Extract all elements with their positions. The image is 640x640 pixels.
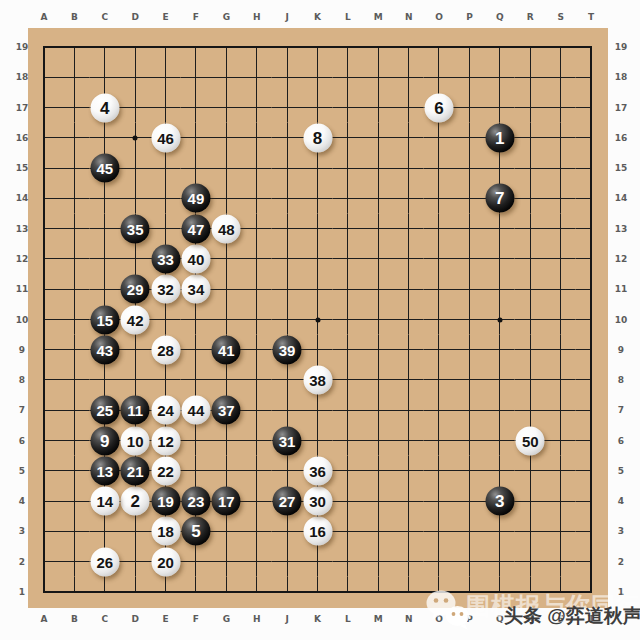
stone-number: 42 bbox=[127, 312, 144, 327]
stone-number: 47 bbox=[188, 221, 205, 236]
stone-48: 48 bbox=[212, 214, 241, 243]
stone-10: 10 bbox=[121, 426, 150, 455]
star-point bbox=[133, 135, 138, 140]
stone-number: 13 bbox=[96, 463, 113, 478]
stone-47: 47 bbox=[181, 214, 210, 243]
row-label-right: 10 bbox=[615, 315, 628, 325]
stone-number: 2 bbox=[130, 493, 139, 510]
stone-number: 39 bbox=[279, 342, 296, 357]
stone-number: 10 bbox=[127, 433, 144, 448]
stone-number: 5 bbox=[191, 523, 200, 540]
stone-14: 14 bbox=[90, 487, 119, 516]
stone-40: 40 bbox=[181, 244, 210, 273]
stone-number: 1 bbox=[495, 129, 504, 146]
stone-37: 37 bbox=[212, 396, 241, 425]
stone-number: 40 bbox=[188, 251, 205, 266]
stone-24: 24 bbox=[151, 396, 180, 425]
stone-number: 16 bbox=[309, 524, 326, 539]
stone-31: 31 bbox=[273, 426, 302, 455]
stone-number: 9 bbox=[100, 432, 109, 449]
row-label-right: 13 bbox=[615, 224, 628, 234]
column-label-top: D bbox=[131, 12, 138, 22]
column-label-bottom: F bbox=[193, 614, 199, 624]
row-label-right: 3 bbox=[618, 526, 624, 536]
column-label-bottom: D bbox=[131, 614, 138, 624]
stone-19: 19 bbox=[151, 487, 180, 516]
stone-29: 29 bbox=[121, 275, 150, 304]
column-label-bottom: K bbox=[314, 614, 321, 624]
stone-43: 43 bbox=[90, 335, 119, 364]
stone-number: 29 bbox=[127, 282, 144, 297]
column-label-top: H bbox=[253, 12, 261, 22]
stone-6: 6 bbox=[425, 93, 454, 122]
stone-number: 41 bbox=[218, 342, 235, 357]
row-label-right: 8 bbox=[618, 375, 624, 385]
column-label-top: N bbox=[405, 12, 413, 22]
row-label-left: 13 bbox=[16, 224, 29, 234]
stone-28: 28 bbox=[151, 335, 180, 364]
row-label-right: 17 bbox=[615, 103, 628, 113]
stone-13: 13 bbox=[90, 456, 119, 485]
column-label-top: E bbox=[162, 12, 168, 22]
stone-number: 35 bbox=[127, 221, 144, 236]
row-label-right: 19 bbox=[615, 42, 628, 52]
stone-41: 41 bbox=[212, 335, 241, 364]
column-label-top: M bbox=[374, 12, 383, 22]
stone-17: 17 bbox=[212, 487, 241, 516]
row-label-left: 15 bbox=[16, 163, 29, 173]
stone-number: 28 bbox=[157, 342, 174, 357]
stone-25: 25 bbox=[90, 396, 119, 425]
row-label-left: 19 bbox=[16, 42, 29, 52]
stone-5: 5 bbox=[181, 517, 210, 546]
row-label-left: 10 bbox=[16, 315, 29, 325]
column-label-top: F bbox=[193, 12, 199, 22]
column-label-bottom: G bbox=[223, 614, 230, 624]
column-label-top: K bbox=[314, 12, 321, 22]
stone-number: 30 bbox=[309, 494, 326, 509]
row-label-right: 15 bbox=[615, 163, 628, 173]
stone-number: 7 bbox=[495, 190, 504, 207]
column-label-top: R bbox=[527, 12, 534, 22]
stone-number: 45 bbox=[96, 161, 113, 176]
row-label-left: 14 bbox=[16, 193, 29, 203]
row-label-right: 18 bbox=[615, 72, 628, 82]
stone-46: 46 bbox=[151, 123, 180, 152]
stone-number: 43 bbox=[96, 342, 113, 357]
stone-33: 33 bbox=[151, 244, 180, 273]
stone-number: 44 bbox=[188, 403, 205, 418]
column-label-top: B bbox=[71, 12, 78, 22]
column-label-bottom: P bbox=[466, 614, 473, 624]
stone-number: 20 bbox=[157, 554, 174, 569]
row-label-left: 16 bbox=[16, 133, 29, 143]
stone-27: 27 bbox=[273, 487, 302, 516]
column-label-top: C bbox=[101, 12, 108, 22]
stone-number: 31 bbox=[279, 433, 296, 448]
stone-2: 2 bbox=[121, 487, 150, 516]
row-label-left: 18 bbox=[16, 72, 29, 82]
stone-18: 18 bbox=[151, 517, 180, 546]
stone-number: 50 bbox=[522, 433, 539, 448]
column-label-bottom: O bbox=[435, 614, 443, 624]
row-label-left: 3 bbox=[19, 526, 25, 536]
column-label-top: G bbox=[223, 12, 230, 22]
stone-number: 23 bbox=[188, 494, 205, 509]
column-label-bottom: C bbox=[101, 614, 108, 624]
stone-38: 38 bbox=[303, 366, 332, 395]
stone-number: 3 bbox=[495, 493, 504, 510]
column-label-bottom: J bbox=[285, 614, 288, 624]
stone-35: 35 bbox=[121, 214, 150, 243]
stone-number: 4 bbox=[100, 99, 109, 116]
column-label-top: A bbox=[41, 12, 48, 22]
column-label-top: Q bbox=[496, 12, 504, 22]
stone-34: 34 bbox=[181, 275, 210, 304]
stone-20: 20 bbox=[151, 547, 180, 576]
row-label-right: 11 bbox=[615, 284, 628, 294]
stone-8: 8 bbox=[303, 123, 332, 152]
stone-36: 36 bbox=[303, 456, 332, 485]
go-board: 1234567891011121314151617181920212223242… bbox=[28, 28, 608, 608]
stone-number: 12 bbox=[157, 433, 174, 448]
stone-16: 16 bbox=[303, 517, 332, 546]
stone-number: 14 bbox=[96, 494, 113, 509]
stone-number: 36 bbox=[309, 463, 326, 478]
column-label-bottom: N bbox=[405, 614, 413, 624]
stone-7: 7 bbox=[485, 184, 514, 213]
stone-50: 50 bbox=[516, 426, 545, 455]
column-label-bottom: R bbox=[527, 614, 534, 624]
row-label-left: 2 bbox=[19, 557, 25, 567]
stone-number: 33 bbox=[157, 251, 174, 266]
star-point bbox=[497, 317, 502, 322]
column-label-bottom: H bbox=[253, 614, 261, 624]
column-label-bottom: M bbox=[374, 614, 383, 624]
column-label-top: J bbox=[285, 12, 288, 22]
row-label-left: 12 bbox=[16, 254, 29, 264]
stone-number: 32 bbox=[157, 282, 174, 297]
stone-number: 6 bbox=[434, 99, 443, 116]
stone-number: 8 bbox=[313, 129, 322, 146]
column-label-top: L bbox=[345, 12, 351, 22]
stone-26: 26 bbox=[90, 547, 119, 576]
stone-number: 21 bbox=[127, 463, 144, 478]
stone-22: 22 bbox=[151, 456, 180, 485]
column-label-bottom: T bbox=[588, 614, 594, 624]
row-label-left: 4 bbox=[19, 496, 25, 506]
stone-15: 15 bbox=[90, 305, 119, 334]
stone-number: 49 bbox=[188, 191, 205, 206]
column-label-top: T bbox=[588, 12, 594, 22]
stone-number: 18 bbox=[157, 524, 174, 539]
stone-1: 1 bbox=[485, 123, 514, 152]
star-point bbox=[315, 317, 320, 322]
stone-number: 38 bbox=[309, 373, 326, 388]
page-background: 1234567891011121314151617181920212223242… bbox=[0, 0, 640, 640]
stone-number: 48 bbox=[218, 221, 235, 236]
row-label-right: 1 bbox=[618, 587, 624, 597]
row-label-right: 6 bbox=[618, 436, 624, 446]
column-label-bottom: E bbox=[162, 614, 168, 624]
column-label-bottom: A bbox=[41, 614, 48, 624]
stone-32: 32 bbox=[151, 275, 180, 304]
stone-number: 46 bbox=[157, 130, 174, 145]
stone-44: 44 bbox=[181, 396, 210, 425]
row-label-left: 11 bbox=[16, 284, 29, 294]
column-label-bottom: L bbox=[345, 614, 351, 624]
row-label-left: 17 bbox=[16, 103, 29, 113]
stone-11: 11 bbox=[121, 396, 150, 425]
column-label-bottom: B bbox=[71, 614, 78, 624]
column-label-bottom: S bbox=[557, 614, 563, 624]
row-label-left: 6 bbox=[19, 436, 25, 446]
stone-3: 3 bbox=[485, 487, 514, 516]
row-label-left: 5 bbox=[19, 466, 25, 476]
stone-number: 19 bbox=[157, 494, 174, 509]
stone-12: 12 bbox=[151, 426, 180, 455]
stone-45: 45 bbox=[90, 154, 119, 183]
row-label-right: 7 bbox=[618, 405, 624, 415]
row-label-right: 4 bbox=[618, 496, 624, 506]
stone-number: 37 bbox=[218, 403, 235, 418]
row-label-right: 2 bbox=[618, 557, 624, 567]
stone-23: 23 bbox=[181, 487, 210, 516]
stone-30: 30 bbox=[303, 487, 332, 516]
stone-number: 34 bbox=[188, 282, 205, 297]
stone-21: 21 bbox=[121, 456, 150, 485]
row-label-left: 9 bbox=[19, 345, 25, 355]
stone-number: 11 bbox=[127, 403, 143, 418]
stone-number: 25 bbox=[96, 403, 113, 418]
row-label-right: 12 bbox=[615, 254, 628, 264]
stone-9: 9 bbox=[90, 426, 119, 455]
stone-number: 27 bbox=[279, 494, 296, 509]
stone-4: 4 bbox=[90, 93, 119, 122]
stone-49: 49 bbox=[181, 184, 210, 213]
stone-number: 24 bbox=[157, 403, 174, 418]
stone-number: 26 bbox=[96, 554, 113, 569]
row-label-right: 14 bbox=[615, 193, 628, 203]
column-label-top: P bbox=[466, 12, 473, 22]
stone-number: 15 bbox=[96, 312, 113, 327]
row-label-left: 7 bbox=[19, 405, 25, 415]
row-label-left: 1 bbox=[19, 587, 25, 597]
column-label-bottom: Q bbox=[496, 614, 504, 624]
stone-39: 39 bbox=[273, 335, 302, 364]
row-label-left: 8 bbox=[19, 375, 25, 385]
row-label-right: 16 bbox=[615, 133, 628, 143]
stone-number: 17 bbox=[218, 494, 235, 509]
row-label-right: 9 bbox=[618, 345, 624, 355]
column-label-top: S bbox=[557, 12, 563, 22]
stone-number: 22 bbox=[157, 463, 174, 478]
column-label-top: O bbox=[435, 12, 443, 22]
row-label-right: 5 bbox=[618, 466, 624, 476]
stone-42: 42 bbox=[121, 305, 150, 334]
